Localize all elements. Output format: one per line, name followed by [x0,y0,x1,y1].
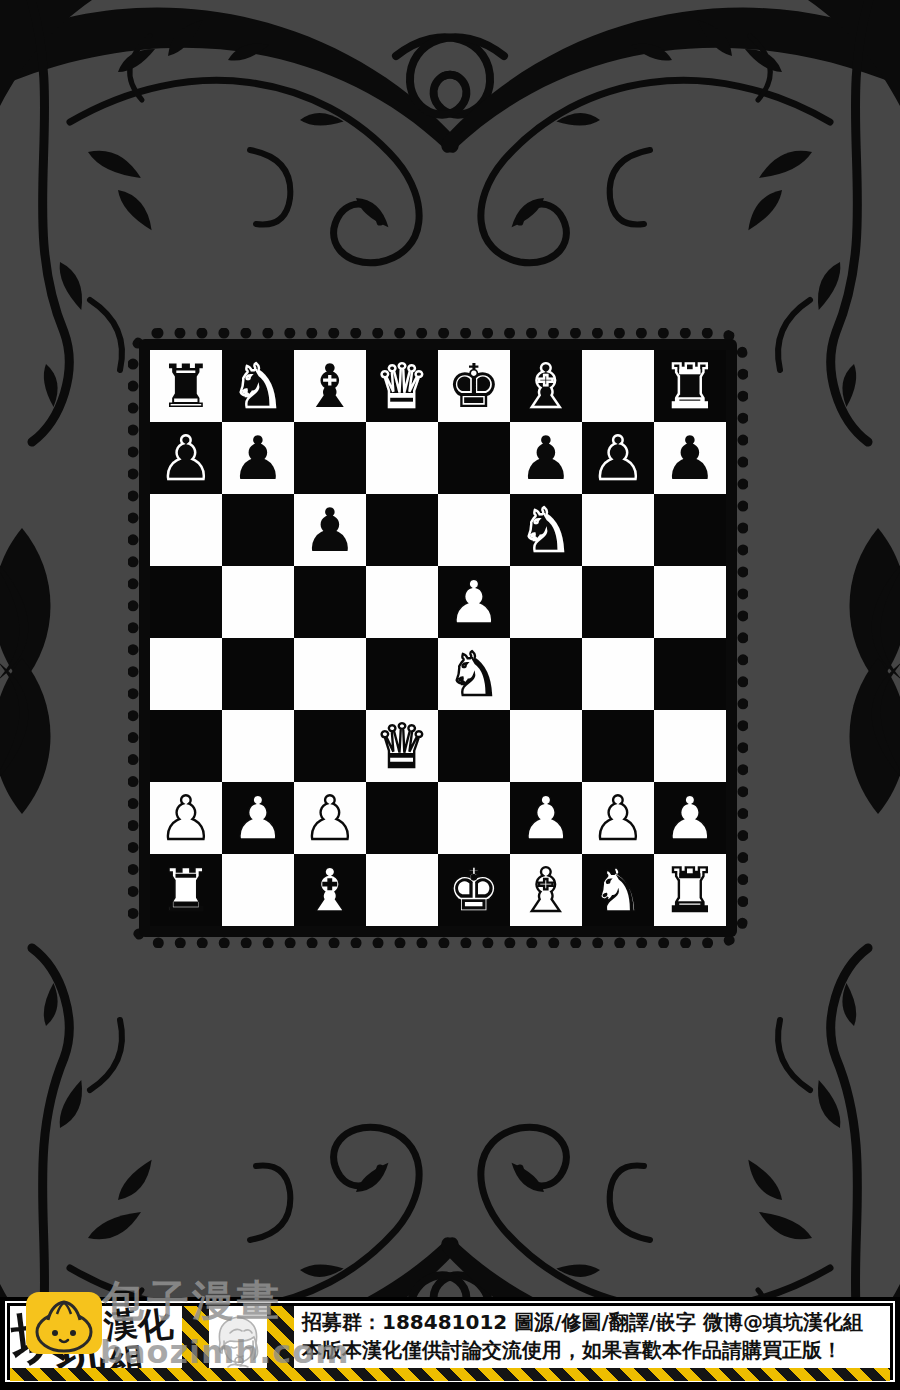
piece-white-knight-g1: ♞ [591,854,645,926]
piece-white-pawn-e5: ♟ [447,566,501,638]
square-e3 [438,710,510,782]
square-d5 [366,566,438,638]
square-a4 [150,638,222,710]
square-e5: ♟ [438,566,510,638]
square-h2: ♟ [654,782,726,854]
square-c6: ♟ [294,494,366,566]
piece-black-queen-d8: ♛ [375,350,429,422]
piece-white-pawn-a2: ♟ [159,782,213,854]
square-c5 [294,566,366,638]
square-a6 [150,494,222,566]
square-d4 [366,638,438,710]
square-d8: ♛ [366,350,438,422]
piece-black-pawn-g7: ♟ [591,422,645,494]
piece-white-king-e1: ♚ [447,854,501,926]
square-f2: ♟ [510,782,582,854]
piece-white-rook-a1: ♜ [159,854,213,926]
square-c8: ♝ [294,350,366,422]
square-e7 [438,422,510,494]
square-f6: ♞ [510,494,582,566]
piece-white-pawn-f2: ♟ [519,782,573,854]
square-e4: ♞ [438,638,510,710]
square-g3 [582,710,654,782]
piece-white-bishop-f1: ♝ [519,854,573,926]
square-f5 [510,566,582,638]
piece-white-queen-d3: ♛ [375,710,429,782]
piece-white-pawn-g2: ♟ [591,782,645,854]
board-frame: ♜♞♝♛♚♝♜♟♟♟♟♟♟♞♟♞♛♟♟♟♟♟♟♜♝♚♝♞♜ [139,339,737,937]
credit-line-recruit: 招募群：188481012 圖源/修圖/翻譯/嵌字 微博@填坑漢化組 [302,1309,886,1337]
credits-bar: 填 坑 漢 化 組 [0,1297,900,1390]
square-h4 [654,638,726,710]
square-b3 [222,710,294,782]
piece-black-bishop-c8: ♝ [303,350,357,422]
square-h6 [654,494,726,566]
baozi-bun-icon [26,1292,102,1354]
hazard-stripe-bottom [10,1368,890,1381]
credit-line-disclaimer: 本版本漢化僅供討論交流使用，如果喜歡本作品請購買正版！ [302,1337,886,1365]
square-a8: ♜ [150,350,222,422]
piece-white-pawn-b2: ♟ [231,782,285,854]
piece-black-bishop-f8: ♝ [519,350,573,422]
square-g6 [582,494,654,566]
square-g4 [582,638,654,710]
square-h3 [654,710,726,782]
square-g2: ♟ [582,782,654,854]
square-f3 [510,710,582,782]
piece-black-rook-a8: ♜ [159,350,213,422]
square-b8: ♞ [222,350,294,422]
square-g8 [582,350,654,422]
piece-black-knight-b8: ♞ [231,350,285,422]
square-c4 [294,638,366,710]
square-d7 [366,422,438,494]
square-a2: ♟ [150,782,222,854]
square-g5 [582,566,654,638]
square-h7: ♟ [654,422,726,494]
square-b7: ♟ [222,422,294,494]
chess-board: ♜♞♝♛♚♝♜♟♟♟♟♟♟♞♟♞♛♟♟♟♟♟♟♜♝♚♝♞♜ [150,350,726,926]
square-h8: ♜ [654,350,726,422]
piece-black-pawn-h7: ♟ [663,422,717,494]
piece-black-pawn-f7: ♟ [519,422,573,494]
square-e1: ♚ [438,854,510,926]
square-d1 [366,854,438,926]
square-a1: ♜ [150,854,222,926]
piece-white-bishop-c1: ♝ [303,854,357,926]
square-f4 [510,638,582,710]
piece-black-pawn-b7: ♟ [231,422,285,494]
square-f7: ♟ [510,422,582,494]
credits-inner: 填 坑 漢 化 組 [10,1306,890,1381]
square-a7: ♟ [150,422,222,494]
square-d6 [366,494,438,566]
square-c3 [294,710,366,782]
square-c2: ♟ [294,782,366,854]
square-a3 [150,710,222,782]
lace-border: ♜♞♝♛♚♝♜♟♟♟♟♟♟♞♟♞♛♟♟♟♟♟♟♜♝♚♝♞♜ [128,328,748,948]
piece-white-rook-h1: ♜ [663,854,717,926]
piece-white-pawn-c2: ♟ [303,782,357,854]
square-e6 [438,494,510,566]
credits-frame: 填 坑 漢 化 組 [5,1301,895,1382]
square-f1: ♝ [510,854,582,926]
square-b4 [222,638,294,710]
square-b2: ♟ [222,782,294,854]
square-g1: ♞ [582,854,654,926]
piece-black-pawn-c6: ♟ [303,494,357,566]
chess-board-block: ♜♞♝♛♚♝♜♟♟♟♟♟♟♞♟♞♛♟♟♟♟♟♟♜♝♚♝♞♜ [128,328,748,948]
square-g7: ♟ [582,422,654,494]
piece-black-king-e8: ♚ [447,350,501,422]
square-h1: ♜ [654,854,726,926]
square-h5 [654,566,726,638]
square-b1 [222,854,294,926]
square-c1: ♝ [294,854,366,926]
square-d2 [366,782,438,854]
piece-black-pawn-a7: ♟ [159,422,213,494]
piece-black-knight-f6: ♞ [519,494,573,566]
square-c7 [294,422,366,494]
square-a5 [150,566,222,638]
square-f8: ♝ [510,350,582,422]
piece-white-pawn-h2: ♟ [663,782,717,854]
logo-char: 漢 [102,1306,139,1343]
square-e2 [438,782,510,854]
square-d3: ♛ [366,710,438,782]
piece-white-knight-e4: ♞ [447,638,501,710]
piece-black-rook-h8: ♜ [663,350,717,422]
square-b6 [222,494,294,566]
square-b5 [222,566,294,638]
square-e8: ♚ [438,350,510,422]
